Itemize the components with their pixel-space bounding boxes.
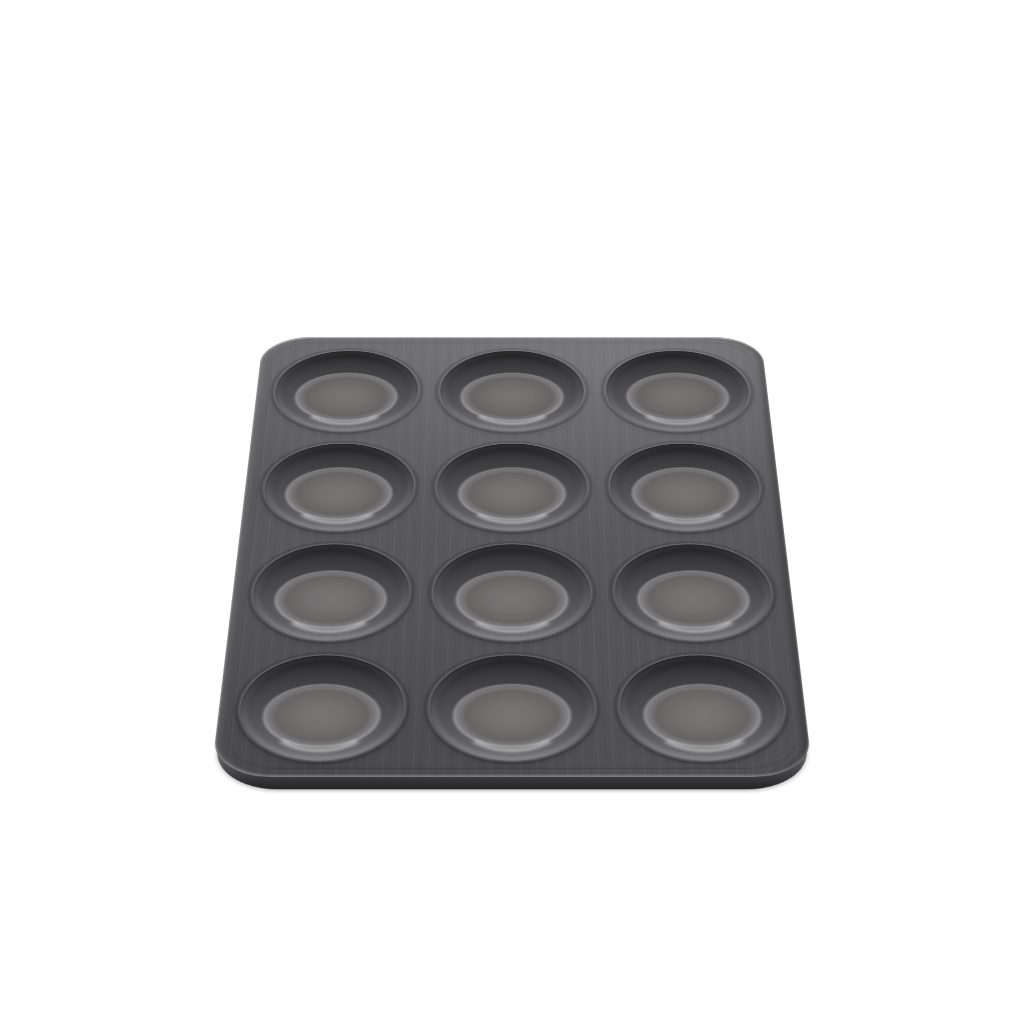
muffin-cup-12 bbox=[617, 655, 789, 761]
muffin-cup-9 bbox=[613, 544, 776, 640]
muffin-cup-5 bbox=[436, 443, 588, 531]
muffin-pan bbox=[211, 337, 813, 777]
pan-top-surface bbox=[211, 337, 813, 777]
muffin-cup-1 bbox=[271, 351, 420, 431]
photo-canvas bbox=[0, 0, 1024, 1024]
muffin-cup-11 bbox=[428, 655, 595, 761]
muffin-cup-3 bbox=[604, 351, 753, 431]
muffin-cup-2 bbox=[439, 351, 584, 431]
muffin-cup-8 bbox=[432, 544, 591, 640]
muffin-cup-10 bbox=[235, 655, 407, 761]
muffin-cup-4 bbox=[260, 443, 416, 531]
muffin-cup-7 bbox=[248, 544, 411, 640]
cup-grid bbox=[211, 337, 813, 777]
muffin-cup-6 bbox=[608, 443, 764, 531]
